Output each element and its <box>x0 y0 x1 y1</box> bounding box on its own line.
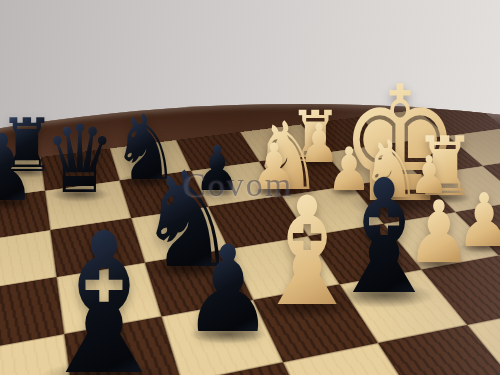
photo-scene: ♟♜♛♞♟♞♝♟♝♞♜♟♟♟♚♞♜♟♝♟♟ Covom <box>0 0 500 375</box>
watermark-text: Covom <box>183 166 293 204</box>
piece-black-bishop-b5[interactable]: ♝ <box>31 207 178 375</box>
piece-black-pawn-d5[interactable]: ♟ <box>183 230 273 350</box>
